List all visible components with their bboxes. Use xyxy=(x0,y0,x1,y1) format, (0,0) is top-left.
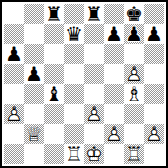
black-rook-e8: ♜ xyxy=(84,4,104,24)
white-pawn-fill: ♟ xyxy=(104,124,124,144)
square-g7[interactable]: ♟ xyxy=(124,24,144,44)
square-a1[interactable] xyxy=(4,144,24,164)
square-b6[interactable] xyxy=(24,44,44,64)
chess-board: ♜♜♚♛♟♟♟♟♟♟♙♝♝♗♟♙♟♙♛♕♟♙♟♙♜♖♚♔♜♖ xyxy=(4,4,164,164)
black-pawn-f7: ♟ xyxy=(104,24,124,44)
black-pawn-a6: ♟ xyxy=(4,44,24,64)
square-h5[interactable] xyxy=(144,64,164,84)
white-pawn-a3: ♙ xyxy=(4,104,24,124)
square-b7[interactable] xyxy=(24,24,44,44)
square-g3[interactable] xyxy=(124,104,144,124)
square-f4[interactable] xyxy=(104,84,124,104)
square-h6[interactable] xyxy=(144,44,164,64)
square-c1[interactable] xyxy=(44,144,64,164)
black-king-g8: ♚ xyxy=(124,4,144,24)
square-c7[interactable] xyxy=(44,24,64,44)
square-e8[interactable]: ♜ xyxy=(84,4,104,24)
square-d5[interactable] xyxy=(64,64,84,84)
square-c4[interactable]: ♝ xyxy=(44,84,64,104)
white-pawn-e3: ♙ xyxy=(84,104,104,124)
square-e4[interactable] xyxy=(84,84,104,104)
square-f2[interactable]: ♟♙ xyxy=(104,124,124,144)
square-f5[interactable] xyxy=(104,64,124,84)
black-pawn-b5: ♟ xyxy=(24,64,44,84)
square-b5[interactable]: ♟ xyxy=(24,64,44,84)
square-h1[interactable] xyxy=(144,144,164,164)
square-e1[interactable]: ♚♔ xyxy=(84,144,104,164)
white-king-fill: ♚ xyxy=(84,144,104,164)
square-f1[interactable] xyxy=(104,144,124,164)
square-c3[interactable] xyxy=(44,104,64,124)
square-f6[interactable] xyxy=(104,44,124,64)
white-pawn-fill: ♟ xyxy=(144,124,164,144)
square-c6[interactable] xyxy=(44,44,64,64)
square-c2[interactable] xyxy=(44,124,64,144)
white-bishop-g4: ♗ xyxy=(124,84,144,104)
square-g1[interactable]: ♜♖ xyxy=(124,144,144,164)
black-pawn-h7: ♟ xyxy=(144,24,164,44)
white-pawn-fill: ♟ xyxy=(124,64,144,84)
square-h3[interactable] xyxy=(144,104,164,124)
black-bishop-c4: ♝ xyxy=(44,84,64,104)
square-d3[interactable] xyxy=(64,104,84,124)
square-g4[interactable]: ♝♗ xyxy=(124,84,144,104)
square-f3[interactable] xyxy=(104,104,124,124)
square-h8[interactable] xyxy=(144,4,164,24)
white-pawn-h2: ♙ xyxy=(144,124,164,144)
square-b3[interactable] xyxy=(24,104,44,124)
square-e5[interactable] xyxy=(84,64,104,84)
white-queen-fill: ♛ xyxy=(24,124,44,144)
square-f8[interactable] xyxy=(104,4,124,24)
square-e2[interactable] xyxy=(84,124,104,144)
white-pawn-f2: ♙ xyxy=(104,124,124,144)
white-rook-d1: ♖ xyxy=(64,144,84,164)
square-d2[interactable] xyxy=(64,124,84,144)
square-d6[interactable] xyxy=(64,44,84,64)
square-h2[interactable]: ♟♙ xyxy=(144,124,164,144)
white-rook-fill: ♜ xyxy=(124,144,144,164)
square-g2[interactable] xyxy=(124,124,144,144)
square-f7[interactable]: ♟ xyxy=(104,24,124,44)
square-a2[interactable] xyxy=(4,124,24,144)
chess-board-frame: ♜♜♚♛♟♟♟♟♟♟♙♝♝♗♟♙♟♙♛♕♟♙♟♙♜♖♚♔♜♖ xyxy=(0,0,168,168)
square-a5[interactable] xyxy=(4,64,24,84)
square-h4[interactable] xyxy=(144,84,164,104)
white-bishop-fill: ♝ xyxy=(124,84,144,104)
square-g6[interactable] xyxy=(124,44,144,64)
square-b4[interactable] xyxy=(24,84,44,104)
white-queen-b2: ♕ xyxy=(24,124,44,144)
square-e6[interactable] xyxy=(84,44,104,64)
square-b1[interactable] xyxy=(24,144,44,164)
black-pawn-g7: ♟ xyxy=(124,24,144,44)
square-e7[interactable] xyxy=(84,24,104,44)
square-a3[interactable]: ♟♙ xyxy=(4,104,24,124)
black-queen-d7: ♛ xyxy=(64,24,84,44)
square-d1[interactable]: ♜♖ xyxy=(64,144,84,164)
white-pawn-fill: ♟ xyxy=(84,104,104,124)
square-e3[interactable]: ♟♙ xyxy=(84,104,104,124)
square-a8[interactable] xyxy=(4,4,24,24)
square-a6[interactable]: ♟ xyxy=(4,44,24,64)
square-b2[interactable]: ♛♕ xyxy=(24,124,44,144)
white-pawn-fill: ♟ xyxy=(4,104,24,124)
white-rook-g1: ♖ xyxy=(124,144,144,164)
square-g5[interactable]: ♟♙ xyxy=(124,64,144,84)
square-d8[interactable] xyxy=(64,4,84,24)
white-rook-fill: ♜ xyxy=(64,144,84,164)
square-a4[interactable] xyxy=(4,84,24,104)
square-d7[interactable]: ♛ xyxy=(64,24,84,44)
black-rook-c8: ♜ xyxy=(44,4,64,24)
square-c5[interactable] xyxy=(44,64,64,84)
square-g8[interactable]: ♚ xyxy=(124,4,144,24)
white-king-e1: ♔ xyxy=(84,144,104,164)
white-pawn-g5: ♙ xyxy=(124,64,144,84)
square-h7[interactable]: ♟ xyxy=(144,24,164,44)
square-a7[interactable] xyxy=(4,24,24,44)
square-c8[interactable]: ♜ xyxy=(44,4,64,24)
square-d4[interactable] xyxy=(64,84,84,104)
square-b8[interactable] xyxy=(24,4,44,24)
